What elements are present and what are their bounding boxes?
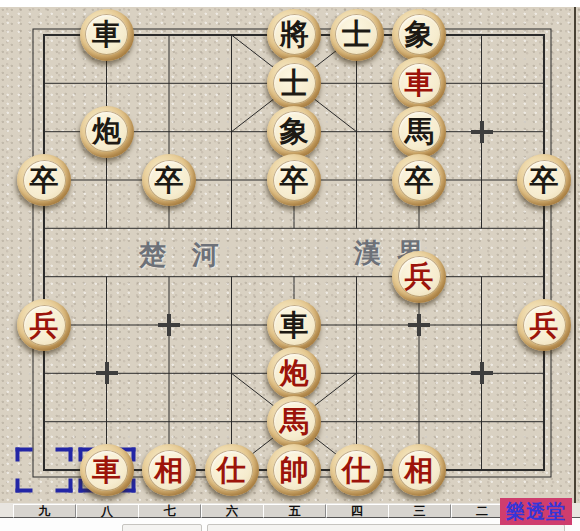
bottom-strip [0,518,580,531]
file-label-四: 四 [326,504,389,518]
piece-character: 兵 [523,305,566,346]
piece-red[interactable]: 馬 [267,396,321,448]
position-cross-marker [75,349,138,397]
last-move-bracket [13,446,76,494]
cutoff-panel [122,524,202,531]
board-point: 仕 [325,446,388,494]
piece-black[interactable]: 馬 [392,106,446,158]
piece-character: 卒 [398,160,441,201]
board-point: 仕 [200,446,263,494]
board-point: 象 [263,107,326,155]
piece-black[interactable]: 象 [267,106,321,158]
piece-character: 馬 [273,401,316,442]
board-point: 相 [138,446,201,494]
blue-bracket-marker [16,448,73,493]
piece-character: 卒 [23,160,66,201]
file-label-三: 三 [388,504,451,518]
piece-red[interactable]: 仕 [205,444,259,496]
piece-character: 炮 [85,111,128,152]
board-point: 將 [263,11,326,59]
sponsor-badge: 樂透堂 [500,498,572,525]
board-point: 車 [388,59,451,107]
board-point: 兵 [13,301,76,349]
cutoff-panel [207,524,565,531]
top-margin [0,0,580,7]
piece-black[interactable]: 卒 [392,154,446,206]
file-label-bar: 九八七六五四三二 [0,503,580,518]
piece-black[interactable]: 車 [267,299,321,351]
file-label-八: 八 [76,504,139,518]
piece-character: 士 [273,63,316,104]
board-point: 相 [388,446,451,494]
piece-character: 將 [273,14,316,55]
piece-character: 象 [273,111,316,152]
piece-character: 卒 [273,160,316,201]
piece-black[interactable]: 卒 [267,154,321,206]
piece-black[interactable]: 炮 [80,106,134,158]
piece-black[interactable]: 將 [267,9,321,61]
piece-character: 兵 [398,256,441,297]
board-point: 卒 [263,156,326,204]
piece-character: 車 [273,305,316,346]
piece-character: 兵 [23,305,66,346]
piece-red[interactable]: 相 [392,444,446,496]
cross-marker-icon [96,362,118,384]
board-point: 車 [263,301,326,349]
piece-black[interactable]: 象 [392,9,446,61]
piece-red[interactable]: 車 [80,444,134,496]
board-point: 帥 [263,446,326,494]
piece-red[interactable]: 相 [142,444,196,496]
board-point: 馬 [388,107,451,155]
file-label-七: 七 [138,504,201,518]
board-point: 象 [388,11,451,59]
board-point: 卒 [388,156,451,204]
board-point: 車 [75,11,138,59]
xiangqi-app-window: 楚河 漢界 車將士象士車炮象馬卒卒卒卒卒兵兵車兵炮馬車相仕帥仕相 九八七六五四三… [0,0,580,531]
piece-character: 卒 [148,160,191,201]
board-point: 兵 [513,301,576,349]
board-point: 卒 [13,156,76,204]
position-cross-marker [450,349,513,397]
board-point: 馬 [263,398,326,446]
piece-red[interactable]: 仕 [330,444,384,496]
piece-character: 相 [398,450,441,491]
position-cross-marker [388,301,451,349]
piece-red[interactable]: 兵 [517,299,571,351]
piece-character: 相 [148,450,191,491]
piece-character: 車 [85,450,128,491]
cross-marker-icon [158,314,180,336]
position-cross-marker [450,107,513,155]
piece-red[interactable]: 兵 [392,251,446,303]
piece-black[interactable]: 卒 [517,154,571,206]
piece-red[interactable]: 車 [392,57,446,109]
board-point: 炮 [263,349,326,397]
file-label-五: 五 [263,504,326,518]
piece-black[interactable]: 士 [330,9,384,61]
board-point: 士 [325,11,388,59]
piece-character: 卒 [523,160,566,201]
piece-red[interactable]: 帥 [267,444,321,496]
piece-character: 仕 [335,450,378,491]
piece-character: 車 [398,63,441,104]
cross-marker-icon [471,121,493,143]
board-point: 兵 [388,253,451,301]
piece-black[interactable]: 卒 [142,154,196,206]
board-point: 炮 [75,107,138,155]
piece-black[interactable]: 車 [80,9,134,61]
piece-black[interactable]: 士 [267,57,321,109]
board-point: 士 [263,59,326,107]
file-label-九: 九 [13,504,76,518]
board-point: 卒 [513,156,576,204]
piece-character: 帥 [273,450,316,491]
piece-character: 象 [398,14,441,55]
position-cross-marker [138,301,201,349]
piece-red[interactable]: 炮 [267,347,321,399]
piece-character: 仕 [210,450,253,491]
piece-red[interactable]: 兵 [17,299,71,351]
piece-black[interactable]: 卒 [17,154,71,206]
piece-character: 馬 [398,111,441,152]
xiangqi-board: 楚河 漢界 車將士象士車炮象馬卒卒卒卒卒兵兵車兵炮馬車相仕帥仕相 [0,7,580,503]
cross-marker-icon [408,314,430,336]
piece-character: 炮 [273,353,316,394]
piece-character: 士 [335,14,378,55]
cross-marker-icon [471,362,493,384]
piece-layer: 車將士象士車炮象馬卒卒卒卒卒兵兵車兵炮馬車相仕帥仕相 [13,11,576,495]
piece-character: 車 [85,14,128,55]
file-label-六: 六 [201,504,264,518]
board-point: 卒 [138,156,201,204]
